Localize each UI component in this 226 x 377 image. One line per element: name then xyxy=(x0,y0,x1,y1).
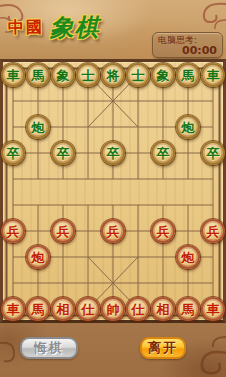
piece-red-相[interactable]: 相 xyxy=(151,297,175,321)
computer-thinking-panel: 电脑思考: 00:00 xyxy=(152,32,223,58)
piece-red-炮[interactable]: 炮 xyxy=(26,245,50,269)
piece-label: 兵 xyxy=(7,225,20,238)
piece-label: 馬 xyxy=(182,69,195,82)
piece-label: 車 xyxy=(7,303,20,316)
leave-game-button[interactable]: 离开 xyxy=(140,337,186,359)
piece-label: 仕 xyxy=(132,303,145,316)
piece-label: 相 xyxy=(57,303,70,316)
piece-label: 炮 xyxy=(32,251,45,264)
piece-label: 兵 xyxy=(57,225,70,238)
piece-red-兵[interactable]: 兵 xyxy=(101,219,125,243)
piece-label: 相 xyxy=(157,303,170,316)
app-title: 中國 象棋 xyxy=(8,11,100,45)
piece-label: 象 xyxy=(157,69,170,82)
app-title-part2: 象棋 xyxy=(49,13,99,42)
piece-black-炮[interactable]: 炮 xyxy=(176,115,200,139)
pieces-layer: 車馬象士将士象馬車炮炮卒卒卒卒卒兵兵兵兵兵炮炮車馬相仕帥仕相馬車 xyxy=(3,62,223,320)
piece-label: 車 xyxy=(207,69,220,82)
piece-black-将[interactable]: 将 xyxy=(101,63,125,87)
piece-black-馬[interactable]: 馬 xyxy=(176,63,200,87)
top-banner: 中國 象棋 电脑思考: 00:00 xyxy=(0,0,226,59)
piece-label: 炮 xyxy=(182,251,195,264)
piece-label: 馬 xyxy=(182,303,195,316)
piece-label: 仕 xyxy=(82,303,95,316)
piece-label: 象 xyxy=(57,69,70,82)
piece-red-車[interactable]: 車 xyxy=(201,297,225,321)
piece-label: 馬 xyxy=(32,69,45,82)
piece-black-卒[interactable]: 卒 xyxy=(201,141,225,165)
app-window: 中國 象棋 电脑思考: 00:00 車馬象士将士象馬車炮炮卒卒卒卒卒兵兵兵兵兵炮… xyxy=(0,0,226,377)
piece-red-車[interactable]: 車 xyxy=(1,297,25,321)
piece-label: 兵 xyxy=(207,225,220,238)
piece-black-炮[interactable]: 炮 xyxy=(26,115,50,139)
piece-black-卒[interactable]: 卒 xyxy=(151,141,175,165)
piece-label: 卒 xyxy=(107,147,120,160)
piece-red-兵[interactable]: 兵 xyxy=(1,219,25,243)
piece-label: 馬 xyxy=(32,303,45,316)
thinking-timer: 00:00 xyxy=(158,45,217,57)
piece-red-馬[interactable]: 馬 xyxy=(176,297,200,321)
piece-black-卒[interactable]: 卒 xyxy=(51,141,75,165)
piece-label: 卒 xyxy=(57,147,70,160)
piece-red-兵[interactable]: 兵 xyxy=(151,219,175,243)
piece-red-炮[interactable]: 炮 xyxy=(176,245,200,269)
piece-red-兵[interactable]: 兵 xyxy=(51,219,75,243)
piece-label: 車 xyxy=(7,69,20,82)
piece-black-士[interactable]: 士 xyxy=(126,63,150,87)
piece-red-仕[interactable]: 仕 xyxy=(76,297,100,321)
piece-label: 士 xyxy=(132,69,145,82)
piece-label: 兵 xyxy=(107,225,120,238)
piece-red-仕[interactable]: 仕 xyxy=(126,297,150,321)
piece-label: 将 xyxy=(107,69,120,82)
piece-red-相[interactable]: 相 xyxy=(51,297,75,321)
piece-black-車[interactable]: 車 xyxy=(1,63,25,87)
piece-black-馬[interactable]: 馬 xyxy=(26,63,50,87)
piece-black-卒[interactable]: 卒 xyxy=(101,141,125,165)
piece-label: 卒 xyxy=(7,147,20,160)
app-title-part1: 中國 xyxy=(8,17,44,37)
piece-black-士[interactable]: 士 xyxy=(76,63,100,87)
piece-label: 炮 xyxy=(182,121,195,134)
piece-label: 卒 xyxy=(157,147,170,160)
piece-label: 卒 xyxy=(207,147,220,160)
piece-red-馬[interactable]: 馬 xyxy=(26,297,50,321)
xiangqi-board[interactable]: 車馬象士将士象馬車炮炮卒卒卒卒卒兵兵兵兵兵炮炮車馬相仕帥仕相馬車 xyxy=(0,59,226,323)
piece-label: 帥 xyxy=(107,303,120,316)
piece-black-象[interactable]: 象 xyxy=(151,63,175,87)
piece-red-帥[interactable]: 帥 xyxy=(101,297,125,321)
piece-black-象[interactable]: 象 xyxy=(51,63,75,87)
piece-red-兵[interactable]: 兵 xyxy=(201,219,225,243)
piece-label: 士 xyxy=(82,69,95,82)
piece-black-卒[interactable]: 卒 xyxy=(1,141,25,165)
piece-black-車[interactable]: 車 xyxy=(201,63,225,87)
piece-label: 兵 xyxy=(157,225,170,238)
piece-label: 車 xyxy=(207,303,220,316)
undo-move-button[interactable]: 悔棋 xyxy=(20,337,78,359)
piece-label: 炮 xyxy=(32,121,45,134)
